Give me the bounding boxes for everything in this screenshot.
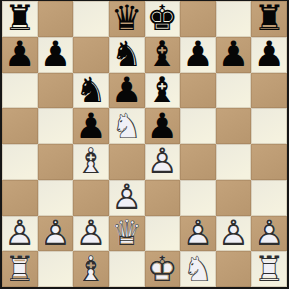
- square-d5[interactable]: ♞♘: [109, 108, 145, 144]
- square-a3[interactable]: [2, 180, 38, 216]
- square-f5[interactable]: [180, 108, 216, 144]
- square-b7[interactable]: ♟: [38, 37, 74, 73]
- piece-white-knight[interactable]: ♞♘: [180, 251, 216, 287]
- square-g4[interactable]: [216, 144, 252, 180]
- piece-black-king[interactable]: ♚: [145, 1, 181, 37]
- chess-board-container: ♜♛♚♜♟♟♞♝♟♟♟♞♟♝♟♞♘♟♝♗♟♙♟♙♟♙♟♙♟♙♛♕♟♙♟♙♟♙♜♖…: [0, 0, 289, 289]
- piece-black-rook[interactable]: ♜: [251, 1, 287, 37]
- square-e2[interactable]: [145, 216, 181, 252]
- square-a4[interactable]: [2, 144, 38, 180]
- square-b3[interactable]: [38, 180, 74, 216]
- square-a7[interactable]: ♟: [2, 37, 38, 73]
- piece-black-bishop[interactable]: ♝: [145, 37, 181, 73]
- square-e7[interactable]: ♝: [145, 37, 181, 73]
- square-h3[interactable]: [251, 180, 287, 216]
- square-b4[interactable]: [38, 144, 74, 180]
- square-a2[interactable]: ♟♙: [2, 216, 38, 252]
- square-g8[interactable]: [216, 1, 252, 37]
- square-b6[interactable]: [38, 73, 74, 109]
- square-a8[interactable]: ♜: [2, 1, 38, 37]
- square-d7[interactable]: ♞: [109, 37, 145, 73]
- piece-white-bishop[interactable]: ♝♗: [73, 144, 109, 180]
- piece-white-rook[interactable]: ♜♖: [2, 251, 38, 287]
- square-h8[interactable]: ♜: [251, 1, 287, 37]
- square-e5[interactable]: ♟: [145, 108, 181, 144]
- square-h1[interactable]: ♜♖: [251, 251, 287, 287]
- piece-black-pawn[interactable]: ♟: [180, 37, 216, 73]
- piece-white-queen[interactable]: ♛♕: [109, 216, 145, 252]
- square-a5[interactable]: [2, 108, 38, 144]
- square-c4[interactable]: ♝♗: [73, 144, 109, 180]
- square-f4[interactable]: [180, 144, 216, 180]
- square-c1[interactable]: ♝♗: [73, 251, 109, 287]
- piece-white-pawn[interactable]: ♟♙: [109, 180, 145, 216]
- piece-black-pawn[interactable]: ♟: [38, 37, 74, 73]
- piece-black-rook[interactable]: ♜: [2, 1, 38, 37]
- piece-black-pawn[interactable]: ♟: [216, 37, 252, 73]
- piece-white-pawn[interactable]: ♟♙: [73, 216, 109, 252]
- square-f6[interactable]: [180, 73, 216, 109]
- piece-black-queen[interactable]: ♛: [109, 1, 145, 37]
- chess-board: ♜♛♚♜♟♟♞♝♟♟♟♞♟♝♟♞♘♟♝♗♟♙♟♙♟♙♟♙♟♙♛♕♟♙♟♙♟♙♜♖…: [0, 0, 289, 289]
- square-g6[interactable]: [216, 73, 252, 109]
- piece-black-knight[interactable]: ♞: [73, 73, 109, 109]
- square-a6[interactable]: [2, 73, 38, 109]
- square-h7[interactable]: ♟: [251, 37, 287, 73]
- piece-white-pawn[interactable]: ♟♙: [180, 216, 216, 252]
- square-d8[interactable]: ♛: [109, 1, 145, 37]
- piece-white-pawn[interactable]: ♟♙: [38, 216, 74, 252]
- piece-black-pawn[interactable]: ♟: [2, 37, 38, 73]
- square-b2[interactable]: ♟♙: [38, 216, 74, 252]
- square-b8[interactable]: [38, 1, 74, 37]
- square-f2[interactable]: ♟♙: [180, 216, 216, 252]
- square-h2[interactable]: ♟♙: [251, 216, 287, 252]
- square-d6[interactable]: ♟: [109, 73, 145, 109]
- square-d3[interactable]: ♟♙: [109, 180, 145, 216]
- square-b1[interactable]: [38, 251, 74, 287]
- piece-white-pawn[interactable]: ♟♙: [145, 144, 181, 180]
- piece-white-pawn[interactable]: ♟♙: [251, 216, 287, 252]
- square-h6[interactable]: [251, 73, 287, 109]
- square-c8[interactable]: [73, 1, 109, 37]
- square-f3[interactable]: [180, 180, 216, 216]
- square-c5[interactable]: ♟: [73, 108, 109, 144]
- piece-white-bishop[interactable]: ♝♗: [73, 251, 109, 287]
- square-g7[interactable]: ♟: [216, 37, 252, 73]
- square-f8[interactable]: [180, 1, 216, 37]
- square-h4[interactable]: [251, 144, 287, 180]
- piece-white-knight[interactable]: ♞♘: [109, 108, 145, 144]
- square-d2[interactable]: ♛♕: [109, 216, 145, 252]
- piece-black-pawn[interactable]: ♟: [109, 73, 145, 109]
- piece-white-rook[interactable]: ♜♖: [251, 251, 287, 287]
- square-d1[interactable]: [109, 251, 145, 287]
- square-e8[interactable]: ♚: [145, 1, 181, 37]
- square-f1[interactable]: ♞♘: [180, 251, 216, 287]
- square-g2[interactable]: ♟♙: [216, 216, 252, 252]
- square-c3[interactable]: [73, 180, 109, 216]
- square-a1[interactable]: ♜♖: [2, 251, 38, 287]
- square-e4[interactable]: ♟♙: [145, 144, 181, 180]
- square-e1[interactable]: ♚♔: [145, 251, 181, 287]
- piece-black-bishop[interactable]: ♝: [145, 73, 181, 109]
- square-g3[interactable]: [216, 180, 252, 216]
- square-c2[interactable]: ♟♙: [73, 216, 109, 252]
- piece-white-king[interactable]: ♚♔: [145, 251, 181, 287]
- piece-white-pawn[interactable]: ♟♙: [2, 216, 38, 252]
- square-f7[interactable]: ♟: [180, 37, 216, 73]
- piece-black-knight[interactable]: ♞: [109, 37, 145, 73]
- piece-white-pawn[interactable]: ♟♙: [216, 216, 252, 252]
- square-g1[interactable]: [216, 251, 252, 287]
- square-c6[interactable]: ♞: [73, 73, 109, 109]
- square-c7[interactable]: [73, 37, 109, 73]
- piece-black-pawn[interactable]: ♟: [251, 37, 287, 73]
- square-b5[interactable]: [38, 108, 74, 144]
- square-e6[interactable]: ♝: [145, 73, 181, 109]
- square-g5[interactable]: [216, 108, 252, 144]
- square-d4[interactable]: [109, 144, 145, 180]
- piece-black-pawn[interactable]: ♟: [73, 108, 109, 144]
- square-h5[interactable]: [251, 108, 287, 144]
- piece-black-pawn[interactable]: ♟: [145, 108, 181, 144]
- square-e3[interactable]: [145, 180, 181, 216]
